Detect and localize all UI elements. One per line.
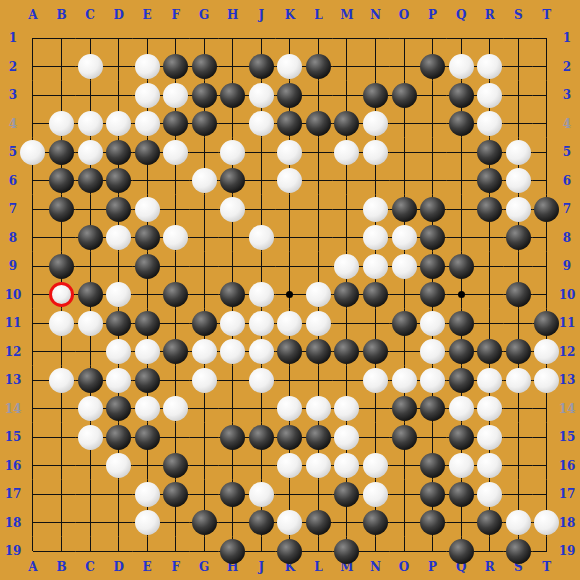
intersection-A8[interactable]: [19, 223, 48, 252]
intersection-A5[interactable]: [19, 138, 48, 167]
intersection-C14[interactable]: [76, 394, 105, 423]
intersection-S11[interactable]: [504, 309, 533, 338]
intersection-E16[interactable]: [133, 451, 162, 480]
intersection-D5[interactable]: [104, 138, 133, 167]
intersection-C5[interactable]: [76, 138, 105, 167]
intersection-T11[interactable]: [533, 309, 562, 338]
intersection-A14[interactable]: [19, 394, 48, 423]
intersection-P6[interactable]: [418, 166, 447, 195]
intersection-D13[interactable]: [104, 366, 133, 395]
intersection-K18[interactable]: [276, 508, 305, 537]
intersection-M7[interactable]: [333, 195, 362, 224]
intersection-B1[interactable]: [47, 24, 76, 53]
intersection-Q8[interactable]: [447, 223, 476, 252]
intersection-P1[interactable]: [418, 24, 447, 53]
intersection-O9[interactable]: [390, 252, 419, 281]
intersection-A4[interactable]: [19, 109, 48, 138]
intersection-F9[interactable]: [161, 252, 190, 281]
intersection-K1[interactable]: [276, 24, 305, 53]
intersection-B13[interactable]: [47, 366, 76, 395]
intersection-J18[interactable]: [247, 508, 276, 537]
intersection-J11[interactable]: [247, 309, 276, 338]
intersection-F5[interactable]: [161, 138, 190, 167]
intersection-H18[interactable]: [219, 508, 248, 537]
intersection-J12[interactable]: [247, 337, 276, 366]
intersection-A11[interactable]: [19, 309, 48, 338]
intersection-D9[interactable]: [104, 252, 133, 281]
intersection-B8[interactable]: [47, 223, 76, 252]
intersection-E12[interactable]: [133, 337, 162, 366]
intersection-S10[interactable]: [504, 280, 533, 309]
intersection-C15[interactable]: [76, 423, 105, 452]
intersection-T19[interactable]: [533, 537, 562, 566]
intersection-H19[interactable]: [219, 537, 248, 566]
intersection-P13[interactable]: [418, 366, 447, 395]
intersection-R7[interactable]: [475, 195, 504, 224]
intersection-S8[interactable]: [504, 223, 533, 252]
intersection-M17[interactable]: [333, 480, 362, 509]
intersection-C19[interactable]: [76, 537, 105, 566]
intersection-L2[interactable]: [304, 52, 333, 81]
intersection-J2[interactable]: [247, 52, 276, 81]
intersection-C6[interactable]: [76, 166, 105, 195]
intersection-Q12[interactable]: [447, 337, 476, 366]
intersection-K13[interactable]: [276, 366, 305, 395]
intersection-P4[interactable]: [418, 109, 447, 138]
intersection-T18[interactable]: [533, 508, 562, 537]
intersection-H16[interactable]: [219, 451, 248, 480]
intersection-Q1[interactable]: [447, 24, 476, 53]
intersection-L9[interactable]: [304, 252, 333, 281]
intersection-M19[interactable]: [333, 537, 362, 566]
intersection-T3[interactable]: [533, 81, 562, 110]
intersection-A17[interactable]: [19, 480, 48, 509]
intersection-J1[interactable]: [247, 24, 276, 53]
intersection-M4[interactable]: [333, 109, 362, 138]
intersection-O2[interactable]: [390, 52, 419, 81]
intersection-J15[interactable]: [247, 423, 276, 452]
intersection-A19[interactable]: [19, 537, 48, 566]
intersection-T8[interactable]: [533, 223, 562, 252]
intersection-G10[interactable]: [190, 280, 219, 309]
intersection-R5[interactable]: [475, 138, 504, 167]
intersection-B4[interactable]: [47, 109, 76, 138]
intersection-H3[interactable]: [219, 81, 248, 110]
intersection-D7[interactable]: [104, 195, 133, 224]
intersection-D17[interactable]: [104, 480, 133, 509]
intersection-H2[interactable]: [219, 52, 248, 81]
intersection-A2[interactable]: [19, 52, 48, 81]
intersection-S9[interactable]: [504, 252, 533, 281]
intersection-O5[interactable]: [390, 138, 419, 167]
intersection-E7[interactable]: [133, 195, 162, 224]
intersection-P18[interactable]: [418, 508, 447, 537]
intersection-B11[interactable]: [47, 309, 76, 338]
intersection-R18[interactable]: [475, 508, 504, 537]
intersection-D8[interactable]: [104, 223, 133, 252]
intersection-F17[interactable]: [161, 480, 190, 509]
intersection-O8[interactable]: [390, 223, 419, 252]
intersection-A12[interactable]: [19, 337, 48, 366]
intersection-M13[interactable]: [333, 366, 362, 395]
intersection-R6[interactable]: [475, 166, 504, 195]
intersection-H13[interactable]: [219, 366, 248, 395]
intersection-P3[interactable]: [418, 81, 447, 110]
intersection-B9[interactable]: [47, 252, 76, 281]
intersection-G1[interactable]: [190, 24, 219, 53]
intersection-C3[interactable]: [76, 81, 105, 110]
intersection-M9[interactable]: [333, 252, 362, 281]
intersection-R16[interactable]: [475, 451, 504, 480]
intersection-N11[interactable]: [361, 309, 390, 338]
intersection-P19[interactable]: [418, 537, 447, 566]
intersection-G15[interactable]: [190, 423, 219, 452]
intersection-R3[interactable]: [475, 81, 504, 110]
intersection-H10[interactable]: [219, 280, 248, 309]
intersection-F18[interactable]: [161, 508, 190, 537]
intersection-A15[interactable]: [19, 423, 48, 452]
intersection-N4[interactable]: [361, 109, 390, 138]
intersection-G2[interactable]: [190, 52, 219, 81]
intersection-K16[interactable]: [276, 451, 305, 480]
intersection-T10[interactable]: [533, 280, 562, 309]
intersection-E14[interactable]: [133, 394, 162, 423]
intersection-A10[interactable]: [19, 280, 48, 309]
intersection-F13[interactable]: [161, 366, 190, 395]
intersection-O17[interactable]: [390, 480, 419, 509]
intersection-Q9[interactable]: [447, 252, 476, 281]
intersection-G9[interactable]: [190, 252, 219, 281]
intersection-S2[interactable]: [504, 52, 533, 81]
intersection-Q11[interactable]: [447, 309, 476, 338]
intersection-T9[interactable]: [533, 252, 562, 281]
intersection-L6[interactable]: [304, 166, 333, 195]
intersection-O19[interactable]: [390, 537, 419, 566]
intersection-C9[interactable]: [76, 252, 105, 281]
intersection-J8[interactable]: [247, 223, 276, 252]
intersection-D16[interactable]: [104, 451, 133, 480]
intersection-S16[interactable]: [504, 451, 533, 480]
intersection-T7[interactable]: [533, 195, 562, 224]
intersection-P14[interactable]: [418, 394, 447, 423]
intersection-T15[interactable]: [533, 423, 562, 452]
intersection-S6[interactable]: [504, 166, 533, 195]
intersection-D3[interactable]: [104, 81, 133, 110]
intersection-E2[interactable]: [133, 52, 162, 81]
intersection-C4[interactable]: [76, 109, 105, 138]
intersection-Q13[interactable]: [447, 366, 476, 395]
intersection-C8[interactable]: [76, 223, 105, 252]
intersection-H1[interactable]: [219, 24, 248, 53]
intersection-J9[interactable]: [247, 252, 276, 281]
intersection-H4[interactable]: [219, 109, 248, 138]
intersection-J6[interactable]: [247, 166, 276, 195]
intersection-E17[interactable]: [133, 480, 162, 509]
intersection-D12[interactable]: [104, 337, 133, 366]
intersection-G12[interactable]: [190, 337, 219, 366]
intersection-K10[interactable]: [276, 280, 305, 309]
intersection-T12[interactable]: [533, 337, 562, 366]
intersection-M5[interactable]: [333, 138, 362, 167]
intersection-N10[interactable]: [361, 280, 390, 309]
intersection-C2[interactable]: [76, 52, 105, 81]
intersection-B7[interactable]: [47, 195, 76, 224]
intersection-C18[interactable]: [76, 508, 105, 537]
intersection-L10[interactable]: [304, 280, 333, 309]
intersection-A7[interactable]: [19, 195, 48, 224]
intersection-E15[interactable]: [133, 423, 162, 452]
intersection-S14[interactable]: [504, 394, 533, 423]
intersection-P15[interactable]: [418, 423, 447, 452]
intersection-A13[interactable]: [19, 366, 48, 395]
intersection-T2[interactable]: [533, 52, 562, 81]
intersection-C13[interactable]: [76, 366, 105, 395]
intersection-J10[interactable]: [247, 280, 276, 309]
intersection-E3[interactable]: [133, 81, 162, 110]
intersection-K12[interactable]: [276, 337, 305, 366]
intersection-B3[interactable]: [47, 81, 76, 110]
intersection-L5[interactable]: [304, 138, 333, 167]
intersection-D19[interactable]: [104, 537, 133, 566]
intersection-L4[interactable]: [304, 109, 333, 138]
intersection-J7[interactable]: [247, 195, 276, 224]
intersection-J14[interactable]: [247, 394, 276, 423]
intersection-S4[interactable]: [504, 109, 533, 138]
intersection-J17[interactable]: [247, 480, 276, 509]
intersection-L12[interactable]: [304, 337, 333, 366]
intersection-A9[interactable]: [19, 252, 48, 281]
intersection-E5[interactable]: [133, 138, 162, 167]
intersection-E4[interactable]: [133, 109, 162, 138]
intersection-B14[interactable]: [47, 394, 76, 423]
intersection-C1[interactable]: [76, 24, 105, 53]
intersection-S17[interactable]: [504, 480, 533, 509]
intersection-F2[interactable]: [161, 52, 190, 81]
intersection-P11[interactable]: [418, 309, 447, 338]
intersection-K9[interactable]: [276, 252, 305, 281]
intersection-S15[interactable]: [504, 423, 533, 452]
intersection-K6[interactable]: [276, 166, 305, 195]
intersection-D14[interactable]: [104, 394, 133, 423]
intersection-N2[interactable]: [361, 52, 390, 81]
intersection-R17[interactable]: [475, 480, 504, 509]
intersection-E10[interactable]: [133, 280, 162, 309]
intersection-G8[interactable]: [190, 223, 219, 252]
intersection-B16[interactable]: [47, 451, 76, 480]
intersection-O16[interactable]: [390, 451, 419, 480]
intersection-P8[interactable]: [418, 223, 447, 252]
intersection-C12[interactable]: [76, 337, 105, 366]
intersection-Q2[interactable]: [447, 52, 476, 81]
intersection-R9[interactable]: [475, 252, 504, 281]
intersection-N6[interactable]: [361, 166, 390, 195]
intersection-F14[interactable]: [161, 394, 190, 423]
intersection-A16[interactable]: [19, 451, 48, 480]
intersection-H8[interactable]: [219, 223, 248, 252]
intersection-B6[interactable]: [47, 166, 76, 195]
intersection-F15[interactable]: [161, 423, 190, 452]
intersection-O13[interactable]: [390, 366, 419, 395]
intersection-H14[interactable]: [219, 394, 248, 423]
intersection-P2[interactable]: [418, 52, 447, 81]
intersection-B10[interactable]: [47, 280, 76, 309]
intersection-F10[interactable]: [161, 280, 190, 309]
intersection-N13[interactable]: [361, 366, 390, 395]
intersection-G7[interactable]: [190, 195, 219, 224]
intersection-N9[interactable]: [361, 252, 390, 281]
intersection-G17[interactable]: [190, 480, 219, 509]
intersection-K15[interactable]: [276, 423, 305, 452]
intersection-J5[interactable]: [247, 138, 276, 167]
intersection-P10[interactable]: [418, 280, 447, 309]
intersection-H11[interactable]: [219, 309, 248, 338]
intersection-T5[interactable]: [533, 138, 562, 167]
intersection-E6[interactable]: [133, 166, 162, 195]
intersection-D4[interactable]: [104, 109, 133, 138]
intersection-Q10[interactable]: [447, 280, 476, 309]
intersection-F11[interactable]: [161, 309, 190, 338]
intersection-N7[interactable]: [361, 195, 390, 224]
intersection-S12[interactable]: [504, 337, 533, 366]
intersection-Q5[interactable]: [447, 138, 476, 167]
intersection-L1[interactable]: [304, 24, 333, 53]
intersection-Q3[interactable]: [447, 81, 476, 110]
intersection-O18[interactable]: [390, 508, 419, 537]
intersection-G6[interactable]: [190, 166, 219, 195]
intersection-G4[interactable]: [190, 109, 219, 138]
intersection-L15[interactable]: [304, 423, 333, 452]
intersection-M16[interactable]: [333, 451, 362, 480]
intersection-B19[interactable]: [47, 537, 76, 566]
intersection-O1[interactable]: [390, 24, 419, 53]
intersection-R2[interactable]: [475, 52, 504, 81]
intersection-Q6[interactable]: [447, 166, 476, 195]
intersection-O14[interactable]: [390, 394, 419, 423]
intersection-R19[interactable]: [475, 537, 504, 566]
intersection-H15[interactable]: [219, 423, 248, 452]
intersection-L19[interactable]: [304, 537, 333, 566]
intersection-D10[interactable]: [104, 280, 133, 309]
intersection-K11[interactable]: [276, 309, 305, 338]
intersection-F4[interactable]: [161, 109, 190, 138]
intersection-A3[interactable]: [19, 81, 48, 110]
intersection-M14[interactable]: [333, 394, 362, 423]
intersection-L11[interactable]: [304, 309, 333, 338]
intersection-Q4[interactable]: [447, 109, 476, 138]
intersection-N14[interactable]: [361, 394, 390, 423]
intersection-T14[interactable]: [533, 394, 562, 423]
intersection-J16[interactable]: [247, 451, 276, 480]
intersection-E1[interactable]: [133, 24, 162, 53]
intersection-C7[interactable]: [76, 195, 105, 224]
intersection-H12[interactable]: [219, 337, 248, 366]
intersection-M12[interactable]: [333, 337, 362, 366]
intersection-E8[interactable]: [133, 223, 162, 252]
intersection-A1[interactable]: [19, 24, 48, 53]
intersection-N16[interactable]: [361, 451, 390, 480]
intersection-G5[interactable]: [190, 138, 219, 167]
intersection-K19[interactable]: [276, 537, 305, 566]
intersection-L3[interactable]: [304, 81, 333, 110]
intersection-L17[interactable]: [304, 480, 333, 509]
intersection-K3[interactable]: [276, 81, 305, 110]
intersection-G14[interactable]: [190, 394, 219, 423]
intersection-S18[interactable]: [504, 508, 533, 537]
intersection-L13[interactable]: [304, 366, 333, 395]
intersection-T16[interactable]: [533, 451, 562, 480]
intersection-N12[interactable]: [361, 337, 390, 366]
intersection-P9[interactable]: [418, 252, 447, 281]
intersection-K7[interactable]: [276, 195, 305, 224]
intersection-F16[interactable]: [161, 451, 190, 480]
intersection-H5[interactable]: [219, 138, 248, 167]
intersection-C10[interactable]: [76, 280, 105, 309]
intersection-M6[interactable]: [333, 166, 362, 195]
intersection-S13[interactable]: [504, 366, 533, 395]
intersection-F3[interactable]: [161, 81, 190, 110]
intersection-O3[interactable]: [390, 81, 419, 110]
intersection-C16[interactable]: [76, 451, 105, 480]
intersection-H6[interactable]: [219, 166, 248, 195]
intersection-K4[interactable]: [276, 109, 305, 138]
intersection-P17[interactable]: [418, 480, 447, 509]
intersection-B12[interactable]: [47, 337, 76, 366]
intersection-H17[interactable]: [219, 480, 248, 509]
intersection-D6[interactable]: [104, 166, 133, 195]
intersection-N15[interactable]: [361, 423, 390, 452]
intersection-R10[interactable]: [475, 280, 504, 309]
intersection-A6[interactable]: [19, 166, 48, 195]
intersection-Q14[interactable]: [447, 394, 476, 423]
intersection-K5[interactable]: [276, 138, 305, 167]
intersection-Q18[interactable]: [447, 508, 476, 537]
intersection-F1[interactable]: [161, 24, 190, 53]
intersection-R13[interactable]: [475, 366, 504, 395]
intersection-N3[interactable]: [361, 81, 390, 110]
intersection-S7[interactable]: [504, 195, 533, 224]
intersection-R12[interactable]: [475, 337, 504, 366]
intersection-H7[interactable]: [219, 195, 248, 224]
intersection-D1[interactable]: [104, 24, 133, 53]
intersection-K8[interactable]: [276, 223, 305, 252]
intersection-K2[interactable]: [276, 52, 305, 81]
intersection-D15[interactable]: [104, 423, 133, 452]
intersection-O6[interactable]: [390, 166, 419, 195]
intersection-O11[interactable]: [390, 309, 419, 338]
intersection-M2[interactable]: [333, 52, 362, 81]
intersection-J19[interactable]: [247, 537, 276, 566]
intersection-T4[interactable]: [533, 109, 562, 138]
intersection-R1[interactable]: [475, 24, 504, 53]
intersection-N1[interactable]: [361, 24, 390, 53]
intersection-T1[interactable]: [533, 24, 562, 53]
intersection-N5[interactable]: [361, 138, 390, 167]
intersection-G16[interactable]: [190, 451, 219, 480]
intersection-P12[interactable]: [418, 337, 447, 366]
intersection-L8[interactable]: [304, 223, 333, 252]
intersection-Q15[interactable]: [447, 423, 476, 452]
intersection-B17[interactable]: [47, 480, 76, 509]
intersection-T13[interactable]: [533, 366, 562, 395]
intersection-N18[interactable]: [361, 508, 390, 537]
intersection-M10[interactable]: [333, 280, 362, 309]
intersection-O12[interactable]: [390, 337, 419, 366]
intersection-Q7[interactable]: [447, 195, 476, 224]
intersection-G3[interactable]: [190, 81, 219, 110]
intersection-N19[interactable]: [361, 537, 390, 566]
intersection-J3[interactable]: [247, 81, 276, 110]
intersection-R11[interactable]: [475, 309, 504, 338]
